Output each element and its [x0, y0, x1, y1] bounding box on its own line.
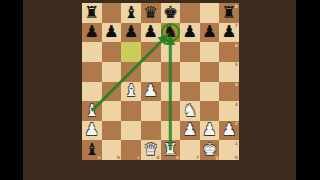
- square-b1[interactable]: b: [102, 140, 122, 160]
- black-pawn[interactable]: ♟: [180, 23, 200, 43]
- square-h5[interactable]: 5: [219, 62, 239, 82]
- square-c8[interactable]: ♝: [121, 3, 141, 23]
- white-bishop[interactable]: ♝: [121, 82, 141, 102]
- square-g5[interactable]: [200, 62, 220, 82]
- rank-label-3: 3: [235, 102, 238, 107]
- rank-label-4: 4: [235, 82, 238, 87]
- square-d6[interactable]: [141, 42, 161, 62]
- square-d7[interactable]: ♟: [141, 23, 161, 43]
- rank-label-6: 6: [235, 43, 238, 48]
- square-c5[interactable]: [121, 62, 141, 82]
- square-b5[interactable]: [102, 62, 122, 82]
- square-d1[interactable]: ♛d: [141, 140, 161, 160]
- file-label-c: c: [137, 155, 140, 160]
- square-h1[interactable]: 1h: [219, 140, 239, 160]
- white-rook[interactable]: ♜: [161, 140, 181, 160]
- white-knight[interactable]: ♞: [180, 101, 200, 121]
- square-d5[interactable]: [141, 62, 161, 82]
- black-pawn[interactable]: ♟: [121, 23, 141, 43]
- square-h6[interactable]: 6: [219, 42, 239, 62]
- black-pawn[interactable]: ♟: [200, 23, 220, 43]
- square-e6[interactable]: [161, 42, 181, 62]
- square-b2[interactable]: [102, 121, 122, 141]
- square-c2[interactable]: [121, 121, 141, 141]
- square-d3[interactable]: [141, 101, 161, 121]
- white-bishop[interactable]: ♝: [82, 101, 102, 121]
- file-label-h: h: [235, 155, 238, 160]
- square-e2[interactable]: [161, 121, 181, 141]
- square-f5[interactable]: [180, 62, 200, 82]
- square-e5[interactable]: [161, 62, 181, 82]
- square-g7[interactable]: ♟: [200, 23, 220, 43]
- square-f2[interactable]: ♟: [180, 121, 200, 141]
- square-a3[interactable]: ♝: [82, 101, 102, 121]
- black-rook[interactable]: ♜: [82, 3, 102, 23]
- square-g8[interactable]: [200, 3, 220, 23]
- square-a6[interactable]: [82, 42, 102, 62]
- square-g2[interactable]: ♟: [200, 121, 220, 141]
- rank-label-1: 1: [235, 141, 238, 146]
- square-a7[interactable]: ♟: [82, 23, 102, 43]
- file-label-f: f: [197, 155, 199, 160]
- square-h3[interactable]: 3: [219, 101, 239, 121]
- square-f4[interactable]: [180, 82, 200, 102]
- square-f7[interactable]: ♟: [180, 23, 200, 43]
- square-b8[interactable]: [102, 3, 122, 23]
- square-c6[interactable]: [121, 42, 141, 62]
- square-g4[interactable]: [200, 82, 220, 102]
- black-knight[interactable]: ♞: [161, 23, 181, 43]
- highlight-c6: [121, 42, 141, 62]
- square-g1[interactable]: ♚g: [200, 140, 220, 160]
- square-a1[interactable]: ♝a: [82, 140, 102, 160]
- square-h7[interactable]: ♟7: [219, 23, 239, 43]
- white-pawn[interactable]: ♟: [82, 121, 102, 141]
- white-pawn[interactable]: ♟: [141, 82, 161, 102]
- square-c4[interactable]: ♝: [121, 82, 141, 102]
- square-f6[interactable]: [180, 42, 200, 62]
- black-queen[interactable]: ♛: [141, 3, 161, 23]
- white-king[interactable]: ♚: [200, 140, 220, 160]
- white-pawn[interactable]: ♟: [180, 121, 200, 141]
- square-a5[interactable]: [82, 62, 102, 82]
- square-c7[interactable]: ♟: [121, 23, 141, 43]
- square-f8[interactable]: [180, 3, 200, 23]
- square-d4[interactable]: ♟: [141, 82, 161, 102]
- black-rook[interactable]: ♜: [219, 3, 239, 23]
- black-bishop[interactable]: ♝: [82, 140, 102, 160]
- square-e4[interactable]: [161, 82, 181, 102]
- square-b4[interactable]: [102, 82, 122, 102]
- square-d2[interactable]: [141, 121, 161, 141]
- square-h8[interactable]: ♜8: [219, 3, 239, 23]
- square-h2[interactable]: ♟2: [219, 121, 239, 141]
- file-label-b: b: [117, 155, 120, 160]
- square-b3[interactable]: [102, 101, 122, 121]
- square-a2[interactable]: ♟: [82, 121, 102, 141]
- white-pawn[interactable]: ♟: [219, 121, 239, 141]
- black-king[interactable]: ♚: [161, 3, 181, 23]
- square-e1[interactable]: ♜e: [161, 140, 181, 160]
- black-pawn[interactable]: ♟: [219, 23, 239, 43]
- square-b6[interactable]: [102, 42, 122, 62]
- square-f1[interactable]: f: [180, 140, 200, 160]
- square-e7[interactable]: ♞: [161, 23, 181, 43]
- square-e3[interactable]: [161, 101, 181, 121]
- square-c1[interactable]: c: [121, 140, 141, 160]
- white-pawn[interactable]: ♟: [200, 121, 220, 141]
- video-frame: { "game": "chess", "app": "chess-analysi…: [0, 0, 320, 180]
- black-bishop[interactable]: ♝: [121, 3, 141, 23]
- square-b7[interactable]: ♟: [102, 23, 122, 43]
- black-pawn[interactable]: ♟: [141, 23, 161, 43]
- rank-label-5: 5: [235, 62, 238, 67]
- square-f3[interactable]: ♞: [180, 101, 200, 121]
- black-pawn[interactable]: ♟: [102, 23, 122, 43]
- chess-board[interactable]: ♜♝♛♚♜8♟♟♟♟♞♟♟♟765♝♟4♝♞3♟♟♟♟2♝abc♛d♜ef♚g1…: [82, 3, 239, 160]
- square-a4[interactable]: [82, 82, 102, 102]
- black-pawn[interactable]: ♟: [82, 23, 102, 43]
- square-g6[interactable]: [200, 42, 220, 62]
- square-e8[interactable]: ♚: [161, 3, 181, 23]
- square-g3[interactable]: [200, 101, 220, 121]
- square-a8[interactable]: ♜: [82, 3, 102, 23]
- white-queen[interactable]: ♛: [141, 140, 161, 160]
- square-h4[interactable]: 4: [219, 82, 239, 102]
- square-d8[interactable]: ♛: [141, 3, 161, 23]
- square-c3[interactable]: [121, 101, 141, 121]
